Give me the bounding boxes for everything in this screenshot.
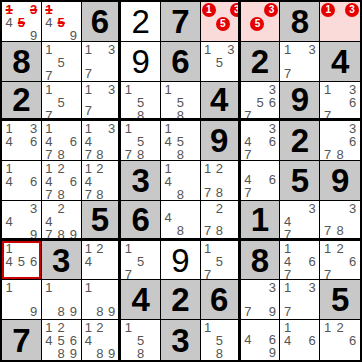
cell-r5c6[interactable]: 1278: [201, 161, 241, 201]
candidate-9: 9: [67, 29, 79, 42]
candidate-8: 8: [135, 347, 147, 360]
candidate-grid: 146: [3, 162, 40, 199]
cell-r6c2[interactable]: 24789: [42, 201, 82, 241]
candidate-9: 9: [67, 347, 79, 360]
cell-r2c9[interactable]: 4: [320, 42, 360, 82]
cell-r3c6[interactable]: 4: [201, 82, 241, 122]
candidate-7: 7: [202, 268, 214, 281]
candidate-eliminated-3: 3: [28, 3, 40, 16]
candidate-6: 6: [67, 175, 79, 188]
cell-r3c8[interactable]: 9: [280, 82, 320, 122]
given-digit: 8: [291, 5, 309, 38]
candidate-grid: 137: [83, 83, 118, 118]
cell-r6c5[interactable]: 48: [161, 201, 201, 241]
candidate-grid: 124: [83, 242, 118, 279]
candidate-1: 1: [202, 242, 214, 255]
candidate-grid: 35: [242, 3, 279, 40]
candidate-4: 4: [3, 255, 15, 268]
given-digit: 4: [331, 45, 349, 78]
cell-r8c5[interactable]: 2: [161, 280, 201, 320]
candidate-3: 3: [28, 202, 40, 215]
cell-r3c2[interactable]: 157: [42, 82, 82, 122]
candidate-9: 9: [266, 346, 278, 359]
candidate-grid: 189: [43, 281, 80, 318]
candidate-2: 2: [94, 321, 106, 334]
candidate-8: 8: [174, 148, 186, 161]
candidate-1: 1: [83, 83, 95, 96]
cell-r2c1[interactable]: 8: [2, 42, 42, 82]
candidate-8: 8: [213, 224, 225, 237]
given-digit: 6: [91, 5, 109, 38]
cell-r6c4[interactable]: 6: [121, 201, 161, 241]
candidate-grid: 3678: [321, 122, 359, 159]
candidate-7: 7: [321, 224, 334, 237]
candidate-4: 4: [43, 16, 55, 29]
candidate-1: 1: [3, 281, 15, 294]
candidate-grid: 158: [122, 83, 159, 118]
candidate-9: 9: [67, 228, 79, 241]
candidate-grid: 13478: [83, 122, 118, 159]
given-digit: 5: [331, 283, 349, 316]
candidate-3: 3: [266, 83, 278, 96]
cell-r4c9[interactable]: 3678: [320, 121, 360, 161]
candidate-4: 4: [3, 215, 15, 228]
candidate-1: 1: [321, 321, 334, 334]
cell-r9c8[interactable]: 146: [280, 320, 320, 360]
cell-r9c5[interactable]: 3: [161, 320, 201, 360]
candidate-6: 6: [306, 334, 318, 347]
solved-digit: 9: [132, 45, 150, 78]
candidate-2: 2: [213, 162, 225, 175]
candidate-7: 7: [242, 148, 254, 161]
cell-r2c5[interactable]: 6: [161, 42, 201, 82]
candidate-9: 9: [28, 228, 40, 241]
candidate-4: 4: [281, 215, 293, 228]
candidate-eliminated-5: 5: [15, 16, 27, 29]
candidate-3: 3: [306, 43, 318, 56]
candidate-grid: 137: [83, 43, 118, 80]
cell-r7c2[interactable]: 3: [42, 241, 82, 281]
candidate-7: 7: [43, 148, 55, 161]
candidate-7: 7: [281, 268, 293, 281]
candidate-1: 1: [43, 83, 55, 96]
given-digit: 6: [210, 283, 228, 316]
cell-r3c5[interactable]: 158: [161, 82, 201, 122]
candidate-4: 4: [162, 211, 174, 224]
cell-r1c7[interactable]: 35: [241, 2, 281, 42]
candidate-grid: 13459: [3, 3, 40, 40]
cell-r9c7[interactable]: 469: [241, 320, 281, 360]
candidate-7: 7: [281, 67, 293, 80]
cell-r1c3[interactable]: 6: [82, 2, 122, 42]
candidate-2: 2: [334, 242, 347, 255]
candidate-5: 5: [213, 255, 225, 268]
given-digit: 9: [210, 124, 228, 157]
cell-r7c9[interactable]: 1267: [320, 241, 360, 281]
candidate-3: 3: [306, 281, 318, 294]
candidate-grid: 148: [162, 162, 199, 199]
given-digit: 6: [132, 203, 150, 236]
given-digit: 8: [12, 45, 30, 78]
candidate-5: 5: [254, 96, 266, 109]
candidate-grid: 1456: [3, 242, 40, 279]
cell-r5c2[interactable]: 124678: [42, 161, 82, 201]
candidate-9: 9: [28, 305, 40, 318]
candidate-4: 4: [162, 135, 174, 148]
candidate-8: 8: [174, 109, 186, 122]
cell-r3c1[interactable]: 2: [2, 82, 42, 122]
candidate-5: 5: [135, 96, 147, 109]
candidate-6: 6: [266, 173, 278, 186]
cell-r8c4[interactable]: 4: [121, 280, 161, 320]
candidate-3: 3: [106, 43, 118, 56]
candidate-9: 9: [28, 29, 40, 42]
cell-r4c8[interactable]: 2: [280, 121, 320, 161]
candidate-7: 7: [43, 69, 55, 82]
candidate-3: 3: [266, 281, 278, 294]
candidate-6: 6: [346, 334, 359, 347]
candidate-3: 3: [306, 202, 318, 215]
cell-r6c8[interactable]: 347: [280, 201, 320, 241]
candidate-grid: 469: [242, 321, 279, 359]
cell-r5c7[interactable]: 467: [241, 161, 281, 201]
candidate-1: 1: [162, 83, 174, 96]
candidate-grid: 124678: [43, 162, 80, 199]
candidate-grid: 13: [321, 3, 359, 40]
cell-r2c8[interactable]: 137: [280, 42, 320, 82]
cell-r8c7[interactable]: 379: [241, 280, 281, 320]
cell-r4c6[interactable]: 9: [201, 121, 241, 161]
candidate-3: 3: [106, 122, 118, 135]
candidate-1: 1: [281, 242, 293, 255]
candidate-8: 8: [174, 224, 186, 237]
candidate-8: 8: [135, 109, 147, 122]
candidate-grid: 467: [242, 162, 279, 199]
candidate-1: 1: [321, 83, 334, 96]
candidate-7: 7: [83, 188, 95, 201]
cell-r1c9[interactable]: 13: [320, 2, 360, 42]
given-digit: 4: [132, 283, 150, 316]
cell-r6c1[interactable]: 349: [2, 201, 42, 241]
candidate-7: 7: [281, 228, 293, 241]
candidate-8: 8: [174, 188, 186, 201]
candidate-grid: 158: [122, 321, 159, 359]
cell-r2c4[interactable]: 9: [121, 42, 161, 82]
cell-r7c3[interactable]: 124: [82, 241, 122, 281]
cell-r1c1[interactable]: 13459: [2, 2, 42, 42]
cell-r8c6[interactable]: 6: [201, 280, 241, 320]
cell-r9c3[interactable]: 12489: [82, 320, 122, 360]
candidate-7: 7: [83, 104, 95, 117]
given-digit: 9: [291, 83, 309, 116]
candidate-grid: 137: [281, 281, 318, 318]
candidate-8: 8: [94, 347, 106, 360]
candidate-1: 1: [321, 242, 334, 255]
candidate-grid: 157: [122, 242, 159, 279]
candidate-8: 8: [334, 148, 347, 161]
candidate-3: 3: [346, 83, 359, 96]
candidate-5: 5: [213, 56, 225, 69]
candidate-grid: 157: [43, 43, 80, 80]
candidate-grid: 1245689: [43, 321, 80, 359]
candidate-grid: 146: [281, 321, 318, 359]
candidate-grid: 1367: [321, 83, 359, 118]
candidate-8: 8: [94, 305, 106, 318]
cell-r5c4[interactable]: 3: [121, 161, 161, 201]
candidate-3: 3: [106, 83, 118, 96]
candidate-8: 8: [55, 188, 67, 201]
candidate-7: 7: [321, 109, 334, 122]
candidate-7: 7: [122, 268, 134, 281]
cell-r2c2[interactable]: 157: [42, 42, 82, 82]
cell-r7c7[interactable]: 8: [241, 241, 281, 281]
given-digit: 9: [331, 164, 349, 197]
candidate-grid: 1459: [43, 3, 80, 40]
candidate-highlighted-5: 5: [216, 17, 230, 31]
given-digit: 2: [291, 124, 309, 157]
candidate-2: 2: [213, 202, 225, 215]
cell-r7c1[interactable]: 1456: [2, 241, 42, 281]
candidate-2: 2: [55, 202, 67, 215]
given-digit: 3: [132, 164, 150, 197]
solved-digit: 2: [132, 5, 150, 38]
candidate-7: 7: [202, 224, 214, 237]
candidate-grid: 278: [202, 202, 237, 237]
candidate-grid: 1267: [321, 242, 359, 279]
given-digit: 3: [171, 324, 189, 357]
candidate-4: 4: [43, 334, 55, 347]
given-digit: 5: [91, 203, 109, 236]
cell-r5c8[interactable]: 5: [280, 161, 320, 201]
candidate-5: 5: [55, 56, 67, 69]
candidate-6: 6: [266, 96, 278, 109]
cell-r2c3[interactable]: 137: [82, 42, 122, 82]
cell-r1c4[interactable]: 2: [121, 2, 161, 42]
cell-r4c5[interactable]: 1458: [161, 121, 201, 161]
solved-digit: 9: [171, 244, 189, 277]
candidate-6: 6: [266, 135, 278, 148]
candidate-grid: 1467: [281, 242, 318, 279]
candidate-7: 7: [83, 67, 95, 80]
cell-r2c7[interactable]: 2: [241, 42, 281, 82]
candidate-grid: 12489: [83, 321, 118, 359]
given-digit: 4: [210, 83, 228, 116]
candidate-grid: 48: [162, 202, 199, 237]
candidate-2: 2: [334, 321, 347, 334]
cell-r4c4[interactable]: 1578: [121, 121, 161, 161]
candidate-1: 1: [83, 242, 95, 255]
candidate-8: 8: [334, 224, 347, 237]
candidate-grid: 158: [162, 83, 199, 118]
candidate-5: 5: [15, 255, 27, 268]
cell-r9c6[interactable]: 158: [201, 320, 241, 360]
candidate-1: 1: [83, 43, 95, 56]
candidate-3: 3: [346, 202, 359, 215]
candidate-1: 1: [122, 122, 134, 135]
cell-r4c3[interactable]: 13478: [82, 121, 122, 161]
cell-r1c2[interactable]: 1459: [42, 2, 82, 42]
candidate-1: 1: [281, 43, 293, 56]
candidate-6: 6: [346, 255, 359, 268]
given-digit: 8: [251, 244, 269, 277]
cell-r7c8[interactable]: 1467: [280, 241, 320, 281]
cell-r6c3[interactable]: 5: [82, 201, 122, 241]
cell-r7c5[interactable]: 9: [161, 241, 201, 281]
candidate-grid: 1458: [162, 122, 199, 159]
candidate-5: 5: [135, 255, 147, 268]
candidate-8: 8: [55, 148, 67, 161]
cell-r7c6[interactable]: 157: [201, 241, 241, 281]
candidate-4: 4: [3, 175, 15, 188]
candidate-grid: 126: [321, 321, 359, 359]
candidate-4: 4: [281, 334, 293, 347]
candidate-8: 8: [55, 305, 67, 318]
given-digit: 5: [291, 164, 309, 197]
cell-r9c1[interactable]: 7: [2, 320, 42, 360]
candidate-7: 7: [242, 305, 254, 318]
cell-r9c9[interactable]: 126: [320, 320, 360, 360]
candidate-grid: 157: [43, 83, 80, 118]
candidate-1: 1: [43, 43, 55, 56]
candidate-grid: 3467: [242, 122, 279, 159]
cell-r8c3[interactable]: 189: [82, 280, 122, 320]
cell-r5c1[interactable]: 146: [2, 161, 42, 201]
cell-r5c3[interactable]: 12478: [82, 161, 122, 201]
given-digit: 1: [251, 203, 269, 236]
candidate-grid: 137: [281, 43, 318, 80]
candidate-4: 4: [43, 215, 55, 228]
candidate-6: 6: [28, 175, 40, 188]
cell-r5c9[interactable]: 9: [320, 161, 360, 201]
candidate-grid: 14678: [43, 122, 80, 159]
candidate-4: 4: [83, 334, 95, 347]
candidate-5: 5: [55, 96, 67, 109]
candidate-grid: 189: [83, 281, 118, 318]
candidate-eliminated-5: 5: [55, 16, 67, 29]
cell-r4c7[interactable]: 3467: [241, 121, 281, 161]
cell-r3c3[interactable]: 137: [82, 82, 122, 122]
candidate-8: 8: [213, 347, 225, 360]
candidate-grid: 158: [202, 321, 237, 359]
candidate-7: 7: [242, 186, 254, 199]
candidate-7: 7: [43, 109, 55, 122]
cell-r4c2[interactable]: 14678: [42, 121, 82, 161]
candidate-6: 6: [346, 135, 359, 148]
cell-r2c6[interactable]: 135: [201, 42, 241, 82]
candidate-9: 9: [266, 305, 278, 318]
candidate-6: 6: [28, 255, 40, 268]
candidate-6: 6: [346, 96, 359, 109]
candidate-grid: 157: [202, 242, 237, 279]
candidate-1: 1: [202, 43, 214, 56]
candidate-9: 9: [106, 305, 118, 318]
candidate-highlighted-3: 3: [345, 3, 359, 17]
cell-r8c1[interactable]: 19: [2, 280, 42, 320]
candidate-8: 8: [55, 228, 67, 241]
candidate-9: 9: [67, 305, 79, 318]
candidate-grid: 347: [281, 202, 318, 237]
candidate-9: 9: [106, 347, 118, 360]
candidate-8: 8: [94, 148, 106, 161]
candidate-highlighted-1: 1: [321, 3, 335, 17]
candidate-1: 1: [122, 83, 134, 96]
candidate-4: 4: [162, 175, 174, 188]
candidate-grid: 135: [202, 3, 237, 40]
cell-r6c6[interactable]: 278: [201, 201, 241, 241]
cell-r1c5[interactable]: 7: [161, 2, 201, 42]
candidate-7: 7: [281, 305, 293, 318]
candidate-7: 7: [122, 148, 134, 161]
cell-r9c4[interactable]: 158: [121, 320, 161, 360]
candidate-grid: 135: [202, 43, 237, 80]
cell-r7c4[interactable]: 157: [121, 241, 161, 281]
cell-r8c2[interactable]: 189: [42, 280, 82, 320]
candidate-7: 7: [242, 109, 254, 122]
candidate-1: 1: [281, 281, 293, 294]
cell-r9c2[interactable]: 1245689: [42, 320, 82, 360]
sudoku-board: 1345914596271353581381571379613521374215…: [0, 0, 362, 362]
candidate-8: 8: [213, 186, 225, 199]
candidate-grid: 1578: [122, 122, 159, 159]
candidate-highlighted-3: 3: [230, 3, 241, 17]
given-digit: 7: [171, 5, 189, 38]
candidate-highlighted-1: 1: [202, 3, 216, 17]
candidate-7: 7: [83, 148, 95, 161]
candidate-6: 6: [28, 135, 40, 148]
candidate-4: 4: [242, 333, 254, 346]
cell-r1c6[interactable]: 135: [201, 2, 241, 42]
candidate-2: 2: [55, 162, 67, 175]
candidate-7: 7: [321, 268, 334, 281]
candidate-grid: 378: [321, 202, 359, 237]
candidate-7: 7: [321, 148, 334, 161]
candidate-2: 2: [94, 162, 106, 175]
candidate-grid: 24789: [43, 202, 80, 237]
given-digit: 3: [52, 244, 70, 277]
cell-r3c7[interactable]: 3567: [241, 82, 281, 122]
candidate-highlighted-5: 5: [250, 17, 264, 31]
cell-r3c9[interactable]: 1367: [320, 82, 360, 122]
candidate-1: 1: [43, 281, 55, 294]
candidate-highlighted-3: 3: [264, 3, 278, 17]
candidate-2: 2: [94, 242, 106, 255]
candidate-7: 7: [43, 228, 55, 241]
given-digit: 7: [12, 324, 30, 357]
cell-r3c4[interactable]: 158: [121, 82, 161, 122]
cell-r6c7[interactable]: 1: [241, 201, 281, 241]
cell-r6c9[interactable]: 378: [320, 201, 360, 241]
candidate-4: 4: [3, 135, 15, 148]
candidate-grid: 12478: [83, 162, 118, 199]
candidate-1: 1: [3, 242, 15, 255]
cell-r1c8[interactable]: 8: [280, 2, 320, 42]
cell-r5c5[interactable]: 148: [161, 161, 201, 201]
given-digit: 2: [251, 45, 269, 78]
candidate-grid: 349: [3, 202, 40, 237]
candidate-1: 1: [122, 321, 134, 334]
candidate-grid: 1346: [3, 122, 40, 159]
candidate-1: 1: [122, 242, 134, 255]
candidate-8: 8: [94, 188, 106, 201]
candidate-3: 3: [225, 43, 237, 56]
candidate-grid: 379: [242, 281, 279, 318]
candidate-4: 4: [3, 16, 15, 29]
cell-r8c9[interactable]: 5: [320, 280, 360, 320]
cell-r4c1[interactable]: 1346: [2, 121, 42, 161]
candidate-8: 8: [135, 148, 147, 161]
candidate-6: 6: [67, 135, 79, 148]
cell-r8c8[interactable]: 137: [280, 280, 320, 320]
